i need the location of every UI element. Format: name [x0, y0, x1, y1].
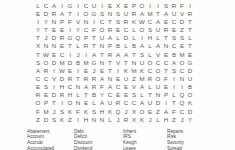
grid-cell[interactable]: R — [106, 50, 114, 58]
grid-cell[interactable]: E — [42, 91, 50, 99]
grid-cell[interactable]: L — [138, 91, 146, 99]
grid-cell[interactable]: C — [170, 17, 178, 25]
grid-cell[interactable]: U — [146, 99, 154, 107]
grid-cell[interactable]: P — [58, 17, 66, 25]
grid-cell[interactable]: F — [66, 17, 74, 25]
grid-cell[interactable]: S — [138, 50, 146, 58]
grid-cell[interactable]: R — [170, 1, 178, 9]
grid-cell[interactable]: O — [82, 9, 90, 17]
grid-cell[interactable]: I — [74, 115, 82, 123]
grid-cell[interactable]: R — [106, 25, 114, 33]
grid-cell[interactable]: N — [106, 9, 114, 17]
grid-cell[interactable]: R — [82, 74, 90, 82]
grid-cell[interactable]: J — [122, 107, 130, 115]
grid-cell[interactable]: K — [138, 115, 146, 123]
grid-cell[interactable]: N — [130, 58, 138, 66]
grid-cell[interactable]: S — [34, 58, 42, 66]
grid-cell[interactable]: G — [90, 58, 98, 66]
grid-cell[interactable]: K — [106, 107, 114, 115]
grid-cell[interactable]: P — [106, 42, 114, 50]
grid-cell[interactable]: L — [130, 25, 138, 33]
grid-cell[interactable]: F — [90, 25, 98, 33]
grid-cell[interactable]: T — [50, 99, 58, 107]
grid-cell[interactable]: B — [170, 50, 178, 58]
grid-cell[interactable]: C — [114, 83, 122, 91]
grid-cell[interactable]: P — [162, 91, 170, 99]
grid-cell[interactable]: T — [170, 99, 178, 107]
grid-cell[interactable]: H — [98, 107, 106, 115]
grid-cell[interactable]: T — [122, 58, 130, 66]
grid-cell[interactable]: R — [130, 9, 138, 17]
grid-cell[interactable]: R — [114, 99, 122, 107]
grid-cell[interactable]: D — [186, 66, 194, 74]
grid-cell[interactable]: E — [122, 83, 130, 91]
grid-cell[interactable]: C — [122, 25, 130, 33]
grid-cell[interactable]: O — [34, 99, 42, 107]
grid-cell[interactable]: D — [42, 115, 50, 123]
grid-cell[interactable]: G — [66, 1, 74, 9]
grid-cell[interactable]: A — [82, 83, 90, 91]
grid-cell[interactable]: S — [58, 107, 66, 115]
grid-cell[interactable]: S — [50, 115, 58, 123]
grid-cell[interactable]: C — [82, 1, 90, 9]
grid-cell[interactable]: S — [90, 107, 98, 115]
grid-cell[interactable]: R — [186, 9, 194, 17]
grid-cell[interactable]: C — [162, 58, 170, 66]
grid-cell[interactable]: A — [106, 83, 114, 91]
grid-cell[interactable]: C — [154, 58, 162, 66]
grid-cell[interactable]: J — [50, 107, 58, 115]
grid-cell[interactable]: T — [98, 50, 106, 58]
grid-cell[interactable]: T — [34, 34, 42, 42]
grid-cell[interactable]: M — [130, 66, 138, 74]
grid-cell[interactable]: T — [74, 74, 82, 82]
grid-cell[interactable]: T — [42, 25, 50, 33]
grid-cell[interactable]: R — [42, 66, 50, 74]
grid-cell[interactable]: A — [34, 66, 42, 74]
grid-cell[interactable]: M — [82, 58, 90, 66]
grid-cell[interactable]: Q — [74, 34, 82, 42]
grid-cell[interactable]: I — [50, 66, 58, 74]
grid-cell[interactable]: O — [186, 91, 194, 99]
grid-cell[interactable]: L — [154, 115, 162, 123]
grid-cell[interactable]: H — [146, 34, 154, 42]
grid-cell[interactable]: L — [106, 115, 114, 123]
grid-cell[interactable]: N — [98, 42, 106, 50]
grid-cell[interactable]: O — [138, 107, 146, 115]
grid-cell[interactable]: V — [154, 50, 162, 58]
grid-cell[interactable]: N — [106, 74, 114, 82]
grid-cell[interactable]: D — [42, 9, 50, 17]
grid-cell[interactable]: I — [74, 66, 82, 74]
grid-cell[interactable]: M — [138, 74, 146, 82]
grid-cell[interactable]: A — [90, 50, 98, 58]
grid-cell[interactable]: A — [50, 1, 58, 9]
grid-cell[interactable]: U — [98, 34, 106, 42]
grid-cell[interactable]: S — [114, 9, 122, 17]
grid-cell[interactable]: I — [170, 83, 178, 91]
grid-cell[interactable]: P — [42, 99, 50, 107]
grid-cell[interactable]: T — [186, 17, 194, 25]
grid-cell[interactable]: O — [154, 74, 162, 82]
grid-cell[interactable]: I — [146, 1, 154, 9]
grid-cell[interactable]: R — [90, 74, 98, 82]
grid-cell[interactable]: L — [170, 91, 178, 99]
grid-cell[interactable]: C — [98, 17, 106, 25]
grid-cell[interactable]: J — [90, 66, 98, 74]
grid-cell[interactable]: H — [66, 91, 74, 99]
grid-cell[interactable]: T — [154, 9, 162, 17]
grid-cell[interactable]: T — [90, 34, 98, 42]
grid-cell[interactable]: J — [178, 115, 186, 123]
grid-cell[interactable]: M — [42, 107, 50, 115]
grid-cell[interactable]: K — [122, 66, 130, 74]
grid-cell[interactable]: T — [106, 66, 114, 74]
grid-cell[interactable]: Z — [170, 115, 178, 123]
grid-cell[interactable]: D — [50, 91, 58, 99]
grid-cell[interactable]: C — [42, 74, 50, 82]
grid-cell[interactable]: W — [42, 50, 50, 58]
grid-cell[interactable]: B — [114, 42, 122, 50]
grid-cell[interactable]: S — [170, 66, 178, 74]
grid-cell[interactable]: I — [66, 50, 74, 58]
grid-cell[interactable]: B — [90, 91, 98, 99]
grid-cell[interactable]: I — [114, 66, 122, 74]
grid-cell[interactable]: R — [34, 91, 42, 99]
grid-cell[interactable]: E — [114, 91, 122, 99]
grid-cell[interactable]: U — [170, 9, 178, 17]
grid-cell[interactable]: T — [130, 50, 138, 58]
grid-cell[interactable]: E — [114, 25, 122, 33]
grid-cell[interactable]: Z — [34, 115, 42, 123]
grid-cell[interactable]: Y — [42, 17, 50, 25]
grid-cell[interactable]: L — [146, 42, 154, 50]
grid-cell[interactable]: E — [34, 83, 42, 91]
grid-cell[interactable]: G — [66, 34, 74, 42]
grid-cell[interactable]: N — [98, 115, 106, 123]
grid-cell[interactable]: O — [138, 1, 146, 9]
grid-cell[interactable]: C — [106, 91, 114, 99]
grid-cell[interactable]: V — [50, 74, 58, 82]
grid-cell[interactable]: X — [114, 1, 122, 9]
grid-cell[interactable]: A — [122, 50, 130, 58]
grid-cell[interactable]: A — [138, 99, 146, 107]
grid-cell[interactable]: D — [178, 17, 186, 25]
grid-cell[interactable]: N — [50, 17, 58, 25]
grid-cell[interactable]: E — [122, 1, 130, 9]
grid-cell[interactable]: I — [154, 1, 162, 9]
grid-cell[interactable]: J — [114, 115, 122, 123]
grid-cell[interactable]: S — [98, 9, 106, 17]
grid-cell[interactable]: D — [186, 107, 194, 115]
grid-cell[interactable]: O — [98, 25, 106, 33]
grid-cell[interactable]: N — [154, 91, 162, 99]
grid-cell[interactable]: E — [98, 66, 106, 74]
grid-cell[interactable]: H — [162, 115, 170, 123]
grid-cell[interactable]: X — [130, 115, 138, 123]
grid-cell[interactable]: W — [58, 66, 66, 74]
grid-cell[interactable]: Q — [178, 91, 186, 99]
grid-cell[interactable]: C — [82, 25, 90, 33]
grid-cell[interactable]: R — [146, 74, 154, 82]
grid-cell[interactable]: L — [34, 1, 42, 9]
grid-cell[interactable]: N — [162, 42, 170, 50]
grid-cell[interactable]: I — [74, 1, 82, 9]
grid-cell[interactable]: F — [34, 107, 42, 115]
grid-cell[interactable]: P — [82, 34, 90, 42]
grid-cell[interactable]: U — [154, 25, 162, 33]
grid-cell[interactable]: K — [66, 107, 74, 115]
grid-cell[interactable]: R — [50, 9, 58, 17]
grid-cell[interactable]: I — [34, 17, 42, 25]
grid-cell[interactable]: E — [186, 50, 194, 58]
grid-cell[interactable]: R — [58, 91, 66, 99]
grid-cell[interactable]: I — [162, 99, 170, 107]
grid-cell[interactable]: M — [146, 9, 154, 17]
grid-cell[interactable]: C — [130, 99, 138, 107]
grid-cell[interactable]: L — [146, 50, 154, 58]
grid-cell[interactable]: K — [82, 107, 90, 115]
grid-cell[interactable]: S — [114, 17, 122, 25]
grid-cell[interactable]: E — [162, 17, 170, 25]
grid-cell[interactable]: L — [90, 99, 98, 107]
grid-cell[interactable]: C — [122, 99, 130, 107]
grid-cell[interactable]: L — [74, 42, 82, 50]
grid-cell[interactable]: T — [34, 50, 42, 58]
grid-cell[interactable]: R — [90, 83, 98, 91]
grid-cell[interactable]: R — [66, 74, 74, 82]
grid-cell[interactable]: D — [66, 58, 74, 66]
grid-cell[interactable]: R — [162, 25, 170, 33]
grid-cell[interactable]: S — [170, 34, 178, 42]
grid-cell[interactable]: A — [162, 107, 170, 115]
grid-cell[interactable]: Y — [74, 25, 82, 33]
grid-cell[interactable]: E — [66, 66, 74, 74]
grid-cell[interactable]: V — [114, 58, 122, 66]
grid-cell[interactable]: T — [186, 25, 194, 33]
grid-cell[interactable]: T — [82, 91, 90, 99]
grid-cell[interactable]: H — [58, 83, 66, 91]
grid-cell[interactable]: X — [34, 42, 42, 50]
grid-cell[interactable]: E — [58, 42, 66, 50]
grid-cell[interactable]: S — [42, 83, 50, 91]
grid-cell[interactable]: A — [138, 42, 146, 50]
grid-cell[interactable]: E — [50, 50, 58, 58]
grid-cell[interactable]: O — [138, 25, 146, 33]
grid-cell[interactable]: V — [178, 9, 186, 17]
grid-cell[interactable]: C — [146, 66, 154, 74]
grid-cell[interactable]: G — [186, 58, 194, 66]
grid-cell[interactable]: C — [66, 83, 74, 91]
grid-cell[interactable]: A — [138, 83, 146, 91]
grid-cell[interactable]: B — [186, 83, 194, 91]
grid-cell[interactable]: L — [154, 34, 162, 42]
grid-cell[interactable]: F — [74, 107, 82, 115]
grid-cell[interactable]: B — [74, 58, 82, 66]
grid-cell[interactable]: J — [146, 115, 154, 123]
grid-cell[interactable]: F — [178, 1, 186, 9]
grid-cell[interactable]: H — [82, 115, 90, 123]
grid-cell[interactable]: R — [58, 34, 66, 42]
grid-cell[interactable]: E — [106, 1, 114, 9]
grid-cell[interactable]: N — [50, 42, 58, 50]
grid-cell[interactable]: E — [82, 66, 90, 74]
grid-cell[interactable]: O — [154, 66, 162, 74]
grid-cell[interactable]: P — [130, 1, 138, 9]
grid-cell[interactable]: L — [130, 34, 138, 42]
grid-cell[interactable]: O — [66, 99, 74, 107]
grid-cell[interactable]: D — [50, 58, 58, 66]
grid-cell[interactable]: L — [186, 34, 194, 42]
grid-cell[interactable]: N — [42, 42, 50, 50]
grid-cell[interactable]: A — [106, 34, 114, 42]
grid-cell[interactable]: E — [146, 107, 154, 115]
grid-cell[interactable]: J — [42, 34, 50, 42]
grid-cell[interactable]: E — [34, 9, 42, 17]
grid-cell[interactable]: I — [66, 25, 74, 33]
grid-cell[interactable]: I — [82, 50, 90, 58]
grid-cell[interactable]: A — [138, 9, 146, 17]
grid-cell[interactable]: T — [146, 91, 154, 99]
grid-cell[interactable]: T — [106, 58, 114, 66]
grid-cell[interactable]: T — [162, 34, 170, 42]
grid-cell[interactable]: I — [186, 1, 194, 9]
grid-cell[interactable]: N — [90, 115, 98, 123]
grid-cell[interactable]: T — [90, 42, 98, 50]
grid-cell[interactable]: F — [98, 83, 106, 91]
grid-cell[interactable]: A — [58, 9, 66, 17]
grid-cell[interactable]: R — [122, 115, 130, 123]
grid-cell[interactable]: N — [74, 83, 82, 91]
grid-cell[interactable]: Z — [154, 107, 162, 115]
grid-cell[interactable]: C — [42, 1, 50, 9]
grid-cell[interactable]: E — [50, 25, 58, 33]
grid-cell[interactable]: E — [82, 99, 90, 107]
grid-cell[interactable]: T — [162, 66, 170, 74]
grid-cell[interactable]: E — [170, 25, 178, 33]
grid-cell[interactable]: T — [186, 42, 194, 50]
grid-cell[interactable]: I — [58, 99, 66, 107]
grid-cell[interactable]: E — [114, 74, 122, 82]
grid-cell[interactable]: S — [146, 25, 154, 33]
grid-cell[interactable]: A — [98, 74, 106, 82]
grid-cell[interactable]: Z — [130, 74, 138, 82]
grid-cell[interactable]: A — [98, 99, 106, 107]
grid-cell[interactable]: Q — [114, 107, 122, 115]
grid-cell[interactable]: C — [178, 66, 186, 74]
grid-cell[interactable]: M — [58, 58, 66, 66]
grid-cell[interactable]: K — [130, 17, 138, 25]
grid-cell[interactable]: R — [82, 42, 90, 50]
grid-cell[interactable]: Y — [98, 91, 106, 99]
grid-cell[interactable]: U — [106, 99, 114, 107]
grid-cell[interactable]: U — [90, 1, 98, 9]
grid-cell[interactable]: C — [178, 107, 186, 115]
grid-cell[interactable]: I — [138, 34, 146, 42]
grid-cell[interactable]: A — [170, 58, 178, 66]
grid-cell[interactable]: J — [74, 50, 82, 58]
grid-cell[interactable]: U — [138, 58, 146, 66]
grid-cell[interactable]: E — [162, 83, 170, 91]
grid-cell[interactable]: D — [122, 34, 130, 42]
grid-cell[interactable]: W — [138, 17, 146, 25]
grid-cell[interactable]: E — [122, 91, 130, 99]
grid-cell[interactable]: D — [154, 99, 162, 107]
grid-cell[interactable]: B — [130, 42, 138, 50]
grid-cell[interactable]: A — [114, 50, 122, 58]
grid-cell[interactable]: V — [74, 17, 82, 25]
grid-cell[interactable]: I — [90, 17, 98, 25]
grid-cell[interactable]: T — [106, 17, 114, 25]
grid-cell[interactable]: O — [178, 58, 186, 66]
grid-cell[interactable]: S — [130, 91, 138, 99]
grid-cell[interactable]: E — [178, 42, 186, 50]
grid-cell[interactable]: M — [178, 50, 186, 58]
grid-cell[interactable]: Y — [34, 25, 42, 33]
grid-cell[interactable]: G — [90, 9, 98, 17]
grid-cell[interactable]: C — [170, 42, 178, 50]
grid-cell[interactable]: U — [122, 74, 130, 82]
grid-cell[interactable]: O — [42, 58, 50, 66]
grid-cell[interactable]: S — [162, 1, 170, 9]
grid-cell[interactable]: Z — [178, 25, 186, 33]
grid-cell[interactable]: E — [58, 25, 66, 33]
grid-cell[interactable]: I — [170, 74, 178, 82]
grid-cell[interactable]: K — [58, 115, 66, 123]
grid-cell[interactable]: Q — [178, 99, 186, 107]
grid-cell[interactable]: L — [114, 34, 122, 42]
grid-cell[interactable]: C — [58, 50, 66, 58]
grid-cell[interactable]: U — [122, 9, 130, 17]
grid-cell[interactable]: N — [98, 58, 106, 66]
grid-cell[interactable]: C — [146, 17, 154, 25]
grid-cell[interactable]: D — [50, 34, 58, 42]
grid-cell[interactable]: C — [34, 74, 42, 82]
grid-cell[interactable]: I — [50, 83, 58, 91]
grid-cell[interactable]: X — [130, 107, 138, 115]
grid-cell[interactable]: I — [58, 1, 66, 9]
grid-cell[interactable]: E — [162, 50, 170, 58]
grid-cell[interactable]: I — [74, 9, 82, 17]
grid-cell[interactable]: Y — [186, 115, 194, 123]
grid-cell[interactable]: T — [66, 42, 74, 50]
grid-cell[interactable]: T — [66, 9, 74, 17]
grid-cell[interactable]: R — [122, 17, 130, 25]
grid-cell[interactable]: I — [178, 83, 186, 91]
grid-cell[interactable]: K — [138, 66, 146, 74]
grid-cell[interactable]: S — [178, 34, 186, 42]
grid-cell[interactable]: N — [82, 17, 90, 25]
grid-cell[interactable]: K — [186, 99, 194, 107]
grid-cell[interactable]: L — [146, 83, 154, 91]
grid-cell[interactable]: U — [186, 74, 194, 82]
grid-cell[interactable]: U — [154, 83, 162, 91]
grid-cell[interactable]: A — [154, 17, 162, 25]
grid-cell[interactable]: O — [146, 58, 154, 66]
grid-cell[interactable]: V — [130, 83, 138, 91]
grid-cell[interactable]: D — [58, 74, 66, 82]
grid-cell[interactable]: F — [162, 74, 170, 82]
grid-cell[interactable]: Z — [66, 115, 74, 123]
grid-cell[interactable]: L — [74, 91, 82, 99]
grid-cell[interactable]: A — [162, 9, 170, 17]
grid-cell[interactable]: N — [178, 74, 186, 82]
grid-cell[interactable]: A — [154, 42, 162, 50]
grid-cell[interactable]: I — [98, 1, 106, 9]
grid-cell[interactable]: N — [74, 99, 82, 107]
grid-cell[interactable]: F — [170, 107, 178, 115]
grid-cell[interactable]: L — [122, 42, 130, 50]
